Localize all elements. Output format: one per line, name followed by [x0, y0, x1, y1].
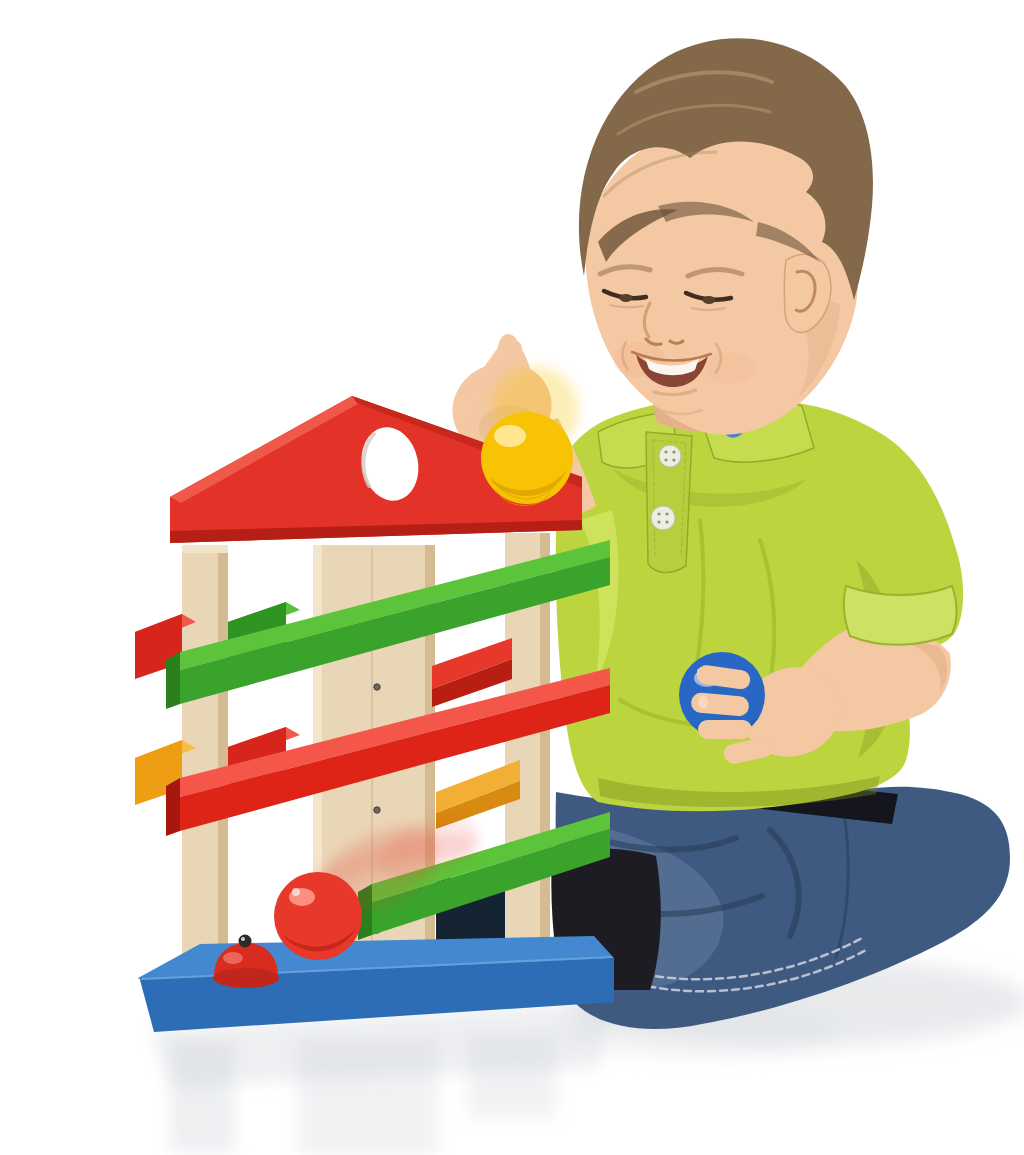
post-reflection: [298, 1038, 438, 1154]
screw: [374, 684, 380, 690]
photo-toddler-ball-run: [0, 0, 1024, 1155]
screw: [374, 807, 380, 813]
bell-highlight: [223, 952, 243, 964]
fingernail: [698, 696, 708, 709]
yellow-ball-highlight: [494, 425, 526, 447]
post-reflection: [468, 1034, 556, 1118]
shirt-button-lower: [651, 506, 675, 530]
bell-knob: [239, 935, 252, 948]
red-ball-specular: [292, 888, 300, 896]
iris-right: [703, 296, 716, 304]
finger: [698, 720, 752, 739]
photo-canvas: [0, 0, 1024, 1155]
bell-knob-specular: [241, 937, 245, 941]
iris-left: [620, 294, 633, 302]
bell-rim: [213, 968, 279, 988]
cheek-blush: [706, 352, 754, 384]
ramp-end-cap: [166, 778, 180, 836]
post-reflection: [170, 1040, 234, 1152]
post-left-endgrain: [182, 545, 228, 553]
sleeve-cuff: [844, 586, 957, 645]
shirt-button-top: [659, 445, 681, 467]
ramp-end-cap: [166, 652, 180, 709]
